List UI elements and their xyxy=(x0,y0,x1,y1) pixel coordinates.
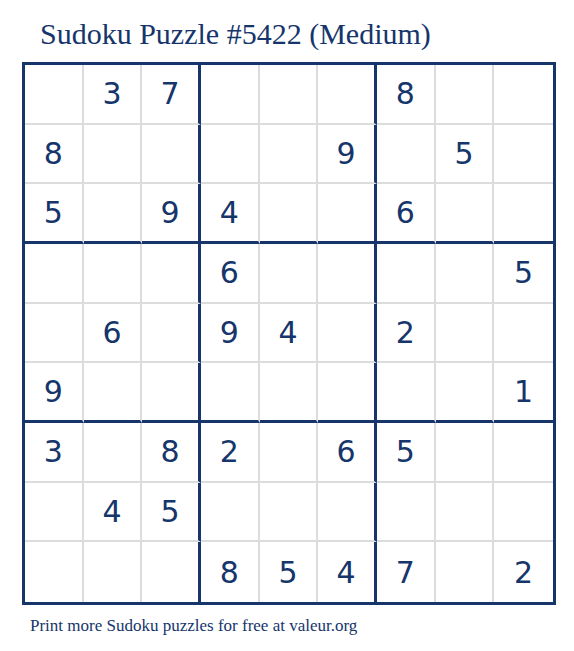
cell-r5c4[interactable]: 9 xyxy=(201,304,260,364)
cell-r4c2[interactable] xyxy=(84,244,143,304)
cell-r8c3[interactable]: 5 xyxy=(142,483,201,543)
cell-r1c2[interactable]: 3 xyxy=(84,65,143,125)
cell-r7c3[interactable]: 8 xyxy=(142,423,201,483)
cell-r2c1[interactable]: 8 xyxy=(25,125,84,185)
cell-r4c7[interactable] xyxy=(377,244,436,304)
cell-r6c8[interactable] xyxy=(436,363,495,423)
cell-r6c6[interactable] xyxy=(318,363,377,423)
cell-r7c6[interactable]: 6 xyxy=(318,423,377,483)
cell-r1c1[interactable] xyxy=(25,65,84,125)
cell-r7c9[interactable] xyxy=(494,423,553,483)
cell-r9c5[interactable]: 5 xyxy=(260,542,319,602)
cell-r8c8[interactable] xyxy=(436,483,495,543)
cell-r3c3[interactable]: 9 xyxy=(142,184,201,244)
cell-r1c7[interactable]: 8 xyxy=(377,65,436,125)
cell-r3c8[interactable] xyxy=(436,184,495,244)
cell-r3c1[interactable]: 5 xyxy=(25,184,84,244)
cell-r6c9[interactable]: 1 xyxy=(494,363,553,423)
cell-r5c1[interactable] xyxy=(25,304,84,364)
cell-r1c5[interactable] xyxy=(260,65,319,125)
cell-r7c1[interactable]: 3 xyxy=(25,423,84,483)
cell-r7c5[interactable] xyxy=(260,423,319,483)
cell-r8c5[interactable] xyxy=(260,483,319,543)
cell-r5c7[interactable]: 2 xyxy=(377,304,436,364)
cell-r2c6[interactable]: 9 xyxy=(318,125,377,185)
cell-r2c4[interactable] xyxy=(201,125,260,185)
cell-r7c8[interactable] xyxy=(436,423,495,483)
cell-r1c6[interactable] xyxy=(318,65,377,125)
cell-r2c8[interactable]: 5 xyxy=(436,125,495,185)
cell-r9c1[interactable] xyxy=(25,542,84,602)
cell-r9c2[interactable] xyxy=(84,542,143,602)
sudoku-grid: 378895594665694291382654585472 xyxy=(22,62,556,605)
cell-r6c1[interactable]: 9 xyxy=(25,363,84,423)
cell-r4c4[interactable]: 6 xyxy=(201,244,260,304)
cell-r9c9[interactable]: 2 xyxy=(494,542,553,602)
cell-r8c7[interactable] xyxy=(377,483,436,543)
cell-r5c3[interactable] xyxy=(142,304,201,364)
sudoku-page: Sudoku Puzzle #5422 (Medium) 37889559466… xyxy=(0,0,574,651)
cell-r7c2[interactable] xyxy=(84,423,143,483)
cell-r5c5[interactable]: 4 xyxy=(260,304,319,364)
page-title: Sudoku Puzzle #5422 (Medium) xyxy=(40,16,431,52)
cell-r7c4[interactable]: 2 xyxy=(201,423,260,483)
cell-r7c7[interactable]: 5 xyxy=(377,423,436,483)
cell-r1c9[interactable] xyxy=(494,65,553,125)
cell-r2c7[interactable] xyxy=(377,125,436,185)
cell-r1c3[interactable]: 7 xyxy=(142,65,201,125)
cell-r4c3[interactable] xyxy=(142,244,201,304)
cell-r3c2[interactable] xyxy=(84,184,143,244)
cell-r1c4[interactable] xyxy=(201,65,260,125)
cell-r3c6[interactable] xyxy=(318,184,377,244)
cell-r4c9[interactable]: 5 xyxy=(494,244,553,304)
cell-r8c4[interactable] xyxy=(201,483,260,543)
cell-r4c5[interactable] xyxy=(260,244,319,304)
cell-r5c6[interactable] xyxy=(318,304,377,364)
cell-r5c8[interactable] xyxy=(436,304,495,364)
cell-r9c3[interactable] xyxy=(142,542,201,602)
cell-r9c8[interactable] xyxy=(436,542,495,602)
cell-r6c2[interactable] xyxy=(84,363,143,423)
cell-r2c2[interactable] xyxy=(84,125,143,185)
cell-r1c8[interactable] xyxy=(436,65,495,125)
footer-text: Print more Sudoku puzzles for free at va… xyxy=(30,615,357,637)
cell-r8c6[interactable] xyxy=(318,483,377,543)
cell-r3c5[interactable] xyxy=(260,184,319,244)
cell-r2c3[interactable] xyxy=(142,125,201,185)
cell-r2c5[interactable] xyxy=(260,125,319,185)
cell-r8c2[interactable]: 4 xyxy=(84,483,143,543)
cell-r6c5[interactable] xyxy=(260,363,319,423)
cell-r9c6[interactable]: 4 xyxy=(318,542,377,602)
cell-r5c9[interactable] xyxy=(494,304,553,364)
cell-r8c1[interactable] xyxy=(25,483,84,543)
cell-r3c7[interactable]: 6 xyxy=(377,184,436,244)
cell-r6c4[interactable] xyxy=(201,363,260,423)
cell-r9c4[interactable]: 8 xyxy=(201,542,260,602)
cell-r4c6[interactable] xyxy=(318,244,377,304)
cell-r6c7[interactable] xyxy=(377,363,436,423)
cell-r8c9[interactable] xyxy=(494,483,553,543)
cell-r2c9[interactable] xyxy=(494,125,553,185)
cell-r4c8[interactable] xyxy=(436,244,495,304)
cell-r3c9[interactable] xyxy=(494,184,553,244)
cell-r6c3[interactable] xyxy=(142,363,201,423)
cell-r4c1[interactable] xyxy=(25,244,84,304)
cell-r9c7[interactable]: 7 xyxy=(377,542,436,602)
cell-r3c4[interactable]: 4 xyxy=(201,184,260,244)
cell-r5c2[interactable]: 6 xyxy=(84,304,143,364)
